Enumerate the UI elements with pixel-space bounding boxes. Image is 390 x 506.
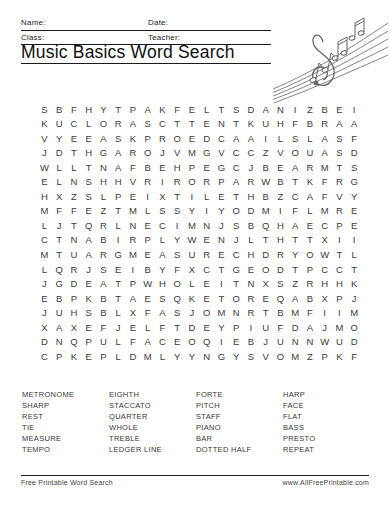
grid-cell[interactable]: R [140, 175, 155, 190]
grid-cell[interactable]: P [52, 349, 67, 364]
grid-cell[interactable]: P [126, 102, 141, 117]
grid-cell[interactable]: T [185, 117, 200, 132]
grid-cell[interactable]: F [126, 160, 141, 175]
grid-cell[interactable]: U [273, 335, 288, 350]
grid-cell[interactable]: J [111, 320, 126, 335]
grid-cell[interactable]: O [170, 277, 185, 292]
grid-cell[interactable]: P [185, 160, 200, 175]
grid-cell[interactable]: F [288, 204, 303, 219]
grid-cell[interactable]: B [96, 233, 111, 248]
grid-cell[interactable]: D [67, 277, 82, 292]
grid-cell[interactable]: M [37, 204, 52, 219]
grid-cell[interactable]: S [170, 247, 185, 262]
grid-cell[interactable]: D [185, 320, 200, 335]
grid-cell[interactable]: R [155, 131, 170, 146]
grid-cell[interactable]: E [199, 233, 214, 248]
grid-cell[interactable]: D [199, 131, 214, 146]
grid-cell[interactable]: E [170, 335, 185, 350]
grid-cell[interactable]: B [96, 291, 111, 306]
grid-cell[interactable]: D [37, 335, 52, 350]
grid-cell[interactable]: M [126, 204, 141, 219]
grid-cell[interactable]: E [214, 189, 229, 204]
grid-cell[interactable]: S [332, 146, 347, 161]
grid-cell[interactable]: D [273, 262, 288, 277]
grid-cell[interactable]: E [199, 277, 214, 292]
grid-cell[interactable]: F [96, 320, 111, 335]
grid-cell[interactable]: T [332, 160, 347, 175]
grid-cell[interactable]: A [140, 335, 155, 350]
grid-cell[interactable]: V [258, 349, 273, 364]
grid-cell[interactable]: M [288, 306, 303, 321]
grid-cell[interactable]: I [126, 262, 141, 277]
grid-cell[interactable]: G [96, 146, 111, 161]
grid-cell[interactable]: D [347, 335, 362, 350]
grid-cell[interactable]: O [303, 247, 318, 262]
grid-cell[interactable]: K [81, 291, 96, 306]
grid-cell[interactable]: F [273, 320, 288, 335]
grid-cell[interactable]: E [81, 320, 96, 335]
grid-cell[interactable]: U [258, 117, 273, 132]
grid-cell[interactable]: P [81, 335, 96, 350]
grid-cell[interactable]: L [37, 262, 52, 277]
grid-cell[interactable]: S [96, 262, 111, 277]
grid-cell[interactable]: Q [67, 335, 82, 350]
grid-cell[interactable]: U [303, 146, 318, 161]
grid-cell[interactable]: L [199, 189, 214, 204]
grid-cell[interactable]: O [229, 291, 244, 306]
name-date-field-line[interactable] [21, 30, 271, 31]
grid-cell[interactable]: C [332, 262, 347, 277]
grid-cell[interactable]: L [273, 131, 288, 146]
grid-cell[interactable]: S [81, 189, 96, 204]
grid-cell[interactable]: I [317, 306, 332, 321]
grid-cell[interactable]: L [185, 277, 200, 292]
grid-cell[interactable]: P [317, 349, 332, 364]
grid-cell[interactable]: M [214, 306, 229, 321]
grid-cell[interactable]: O [258, 262, 273, 277]
grid-cell[interactable]: T [258, 233, 273, 248]
grid-cell[interactable]: J [155, 146, 170, 161]
grid-cell[interactable]: R [96, 247, 111, 262]
grid-cell[interactable]: G [347, 175, 362, 190]
grid-cell[interactable]: L [199, 102, 214, 117]
grid-cell[interactable]: B [273, 175, 288, 190]
grid-cell[interactable]: S [81, 175, 96, 190]
grid-cell[interactable]: F [317, 175, 332, 190]
grid-cell[interactable]: K [126, 131, 141, 146]
grid-cell[interactable]: H [37, 189, 52, 204]
grid-cell[interactable]: J [37, 277, 52, 292]
grid-cell[interactable]: Y [170, 349, 185, 364]
grid-cell[interactable]: F [140, 306, 155, 321]
grid-cell[interactable]: G [52, 277, 67, 292]
grid-cell[interactable]: G [229, 262, 244, 277]
grid-cell[interactable]: B [303, 291, 318, 306]
grid-cell[interactable]: M [37, 247, 52, 262]
grid-cell[interactable]: L [52, 175, 67, 190]
grid-cell[interactable]: I [155, 175, 170, 190]
grid-cell[interactable]: F [288, 117, 303, 132]
grid-cell[interactable]: T [214, 291, 229, 306]
grid-cell[interactable]: N [229, 306, 244, 321]
grid-cell[interactable]: T [229, 117, 244, 132]
grid-cell[interactable]: I [273, 204, 288, 219]
grid-cell[interactable]: E [81, 204, 96, 219]
grid-cell[interactable]: L [155, 233, 170, 248]
grid-cell[interactable]: N [244, 277, 259, 292]
grid-cell[interactable]: K [332, 349, 347, 364]
grid-cell[interactable]: P [140, 233, 155, 248]
grid-cell[interactable]: U [96, 335, 111, 350]
grid-cell[interactable]: N [52, 335, 67, 350]
grid-cell[interactable]: T [229, 277, 244, 292]
grid-cell[interactable]: A [126, 291, 141, 306]
grid-cell[interactable]: A [332, 117, 347, 132]
grid-cell[interactable]: I [140, 189, 155, 204]
grid-cell[interactable]: R [303, 277, 318, 292]
grid-cell[interactable]: T [170, 320, 185, 335]
grid-cell[interactable]: T [258, 306, 273, 321]
grid-cell[interactable]: L [37, 218, 52, 233]
grid-cell[interactable]: R [199, 175, 214, 190]
grid-cell[interactable]: E [199, 160, 214, 175]
grid-cell[interactable]: R [126, 146, 141, 161]
grid-cell[interactable]: T [288, 175, 303, 190]
grid-cell[interactable]: H [273, 218, 288, 233]
grid-cell[interactable]: E [140, 291, 155, 306]
grid-cell[interactable]: I [111, 233, 126, 248]
grid-cell[interactable]: K [303, 175, 318, 190]
grid-cell[interactable]: W [185, 233, 200, 248]
grid-cell[interactable]: B [317, 102, 332, 117]
grid-cell[interactable]: R [170, 175, 185, 190]
grid-cell[interactable]: M [332, 320, 347, 335]
grid-cell[interactable]: D [52, 146, 67, 161]
grid-cell[interactable]: W [37, 160, 52, 175]
grid-cell[interactable]: B [258, 189, 273, 204]
grid-cell[interactable]: E [81, 277, 96, 292]
grid-cell[interactable]: A [229, 175, 244, 190]
grid-cell[interactable]: M [258, 204, 273, 219]
grid-cell[interactable]: K [37, 117, 52, 132]
grid-cell[interactable]: S [37, 102, 52, 117]
grid-cell[interactable]: D [126, 349, 141, 364]
grid-cell[interactable]: L [111, 306, 126, 321]
grid-cell[interactable]: O [170, 131, 185, 146]
grid-cell[interactable]: M [185, 146, 200, 161]
grid-cell[interactable]: V [332, 189, 347, 204]
grid-cell[interactable]: Z [67, 189, 82, 204]
grid-cell[interactable]: Y [347, 189, 362, 204]
grid-cell[interactable]: M [288, 349, 303, 364]
grid-cell[interactable]: P [303, 262, 318, 277]
grid-cell[interactable]: C [229, 247, 244, 262]
grid-cell[interactable]: E [199, 291, 214, 306]
grid-cell[interactable]: L [81, 117, 96, 132]
grid-cell[interactable]: L [303, 131, 318, 146]
grid-cell[interactable]: P [140, 131, 155, 146]
grid-cell[interactable]: J [347, 291, 362, 306]
grid-cell[interactable]: O [273, 349, 288, 364]
grid-cell[interactable]: K [347, 277, 362, 292]
grid-cell[interactable]: J [258, 335, 273, 350]
grid-cell[interactable]: U [258, 320, 273, 335]
grid-cell[interactable]: Y [288, 247, 303, 262]
grid-cell[interactable]: Y [185, 204, 200, 219]
grid-cell[interactable]: P [96, 349, 111, 364]
grid-cell[interactable]: F [155, 320, 170, 335]
grid-cell[interactable]: B [96, 306, 111, 321]
grid-cell[interactable]: R [244, 175, 259, 190]
grid-cell[interactable]: A [229, 131, 244, 146]
grid-cell[interactable]: U [52, 306, 67, 321]
grid-cell[interactable]: R [273, 247, 288, 262]
grid-cell[interactable]: M [140, 349, 155, 364]
grid-cell[interactable]: A [288, 291, 303, 306]
grid-cell[interactable]: C [37, 349, 52, 364]
grid-cell[interactable]: N [214, 233, 229, 248]
grid-cell[interactable]: B [52, 102, 67, 117]
grid-cell[interactable]: T [347, 262, 362, 277]
grid-cell[interactable]: P [229, 320, 244, 335]
grid-cell[interactable]: R [244, 306, 259, 321]
grid-cell[interactable]: I [214, 335, 229, 350]
grid-cell[interactable]: D [258, 247, 273, 262]
grid-cell[interactable]: B [140, 262, 155, 277]
grid-cell[interactable]: A [317, 146, 332, 161]
grid-cell[interactable]: S [155, 204, 170, 219]
grid-cell[interactable]: T [111, 102, 126, 117]
grid-cell[interactable]: W [317, 335, 332, 350]
grid-cell[interactable]: R [303, 160, 318, 175]
grid-cell[interactable]: Y [96, 102, 111, 117]
grid-cell[interactable]: E [199, 117, 214, 132]
grid-cell[interactable]: N [96, 160, 111, 175]
grid-cell[interactable]: I [347, 233, 362, 248]
grid-cell[interactable]: I [185, 189, 200, 204]
grid-cell[interactable]: K [155, 102, 170, 117]
grid-cell[interactable]: J [37, 306, 52, 321]
grid-cell[interactable]: E [229, 335, 244, 350]
grid-cell[interactable]: A [258, 102, 273, 117]
grid-cell[interactable]: T [288, 233, 303, 248]
grid-cell[interactable]: I [214, 277, 229, 292]
grid-cell[interactable]: H [273, 233, 288, 248]
grid-cell[interactable]: T [111, 204, 126, 219]
grid-cell[interactable]: A [96, 277, 111, 292]
grid-cell[interactable]: W [258, 175, 273, 190]
grid-cell[interactable]: K [244, 117, 259, 132]
grid-cell[interactable]: F [126, 335, 141, 350]
grid-cell[interactable]: E [81, 131, 96, 146]
grid-cell[interactable]: S [229, 218, 244, 233]
grid-cell[interactable]: S [170, 204, 185, 219]
grid-cell[interactable]: F [347, 349, 362, 364]
grid-cell[interactable]: C [155, 117, 170, 132]
grid-cell[interactable]: S [81, 306, 96, 321]
grid-cell[interactable]: T [67, 146, 82, 161]
grid-cell[interactable]: C [317, 218, 332, 233]
grid-cell[interactable]: A [111, 146, 126, 161]
grid-cell[interactable]: E [347, 204, 362, 219]
grid-cell[interactable]: H [81, 102, 96, 117]
grid-cell[interactable]: R [317, 117, 332, 132]
grid-cell[interactable]: H [111, 175, 126, 190]
grid-cell[interactable]: P [214, 175, 229, 190]
grid-cell[interactable]: S [273, 277, 288, 292]
grid-cell[interactable]: A [81, 247, 96, 262]
grid-cell[interactable]: E [81, 349, 96, 364]
grid-cell[interactable]: R [111, 117, 126, 132]
grid-cell[interactable]: E [126, 320, 141, 335]
grid-cell[interactable]: D [288, 320, 303, 335]
grid-cell[interactable]: U [332, 335, 347, 350]
grid-cell[interactable]: T [67, 218, 82, 233]
grid-cell[interactable]: F [67, 204, 82, 219]
grid-cell[interactable]: E [258, 291, 273, 306]
grid-cell[interactable]: H [155, 277, 170, 292]
grid-cell[interactable]: O [140, 146, 155, 161]
grid-cell[interactable]: J [52, 218, 67, 233]
grid-cell[interactable]: E [140, 247, 155, 262]
grid-cell[interactable]: P [126, 277, 141, 292]
grid-cell[interactable]: I [258, 131, 273, 146]
grid-cell[interactable]: A [303, 320, 318, 335]
grid-cell[interactable]: O [229, 204, 244, 219]
grid-cell[interactable]: L [96, 189, 111, 204]
grid-cell[interactable]: J [229, 233, 244, 248]
grid-cell[interactable]: H [244, 189, 259, 204]
grid-cell[interactable]: J [81, 262, 96, 277]
grid-cell[interactable]: I [332, 306, 347, 321]
grid-cell[interactable]: L [52, 160, 67, 175]
grid-cell[interactable]: O [288, 146, 303, 161]
grid-cell[interactable]: O [347, 320, 362, 335]
grid-cell[interactable]: B [244, 335, 259, 350]
grid-cell[interactable]: C [288, 189, 303, 204]
grid-cell[interactable]: S [288, 131, 303, 146]
grid-cell[interactable]: F [52, 204, 67, 219]
grid-cell[interactable]: E [273, 160, 288, 175]
grid-cell[interactable]: N [273, 102, 288, 117]
grid-cell[interactable]: C [199, 262, 214, 277]
grid-cell[interactable]: L [303, 204, 318, 219]
grid-cell[interactable]: E [214, 247, 229, 262]
grid-cell[interactable]: E [347, 218, 362, 233]
grid-cell[interactable]: P [111, 189, 126, 204]
grid-cell[interactable]: B [273, 306, 288, 321]
grid-cell[interactable]: N [67, 233, 82, 248]
grid-cell[interactable]: L [244, 233, 259, 248]
grid-cell[interactable]: R [244, 291, 259, 306]
grid-cell[interactable]: T [81, 160, 96, 175]
grid-cell[interactable]: Z [288, 277, 303, 292]
grid-cell[interactable]: T [288, 262, 303, 277]
grid-cell[interactable]: J [214, 218, 229, 233]
grid-cell[interactable]: Y [185, 349, 200, 364]
grid-cell[interactable]: T [332, 247, 347, 262]
grid-cell[interactable]: A [288, 160, 303, 175]
grid-cell[interactable]: J [37, 146, 52, 161]
grid-cell[interactable]: U [67, 247, 82, 262]
grid-cell[interactable]: X [258, 277, 273, 292]
grid-cell[interactable]: K [67, 349, 82, 364]
grid-cell[interactable]: B [52, 291, 67, 306]
grid-cell[interactable]: T [170, 117, 185, 132]
grid-cell[interactable]: N [303, 335, 318, 350]
grid-cell[interactable]: C [37, 233, 52, 248]
grid-cell[interactable]: N [126, 218, 141, 233]
grid-cell[interactable]: B [303, 117, 318, 132]
grid-cell[interactable]: T [111, 277, 126, 292]
grid-cell[interactable]: P [332, 218, 347, 233]
grid-cell[interactable]: D [347, 146, 362, 161]
grid-cell[interactable]: U [185, 247, 200, 262]
grid-cell[interactable]: E [185, 131, 200, 146]
grid-cell[interactable]: H [332, 277, 347, 292]
grid-cell[interactable]: T [229, 189, 244, 204]
grid-cell[interactable]: Q [199, 335, 214, 350]
grid-cell[interactable]: C [155, 218, 170, 233]
grid-cell[interactable]: A [96, 131, 111, 146]
grid-cell[interactable]: O [185, 335, 200, 350]
grid-cell[interactable]: M [317, 204, 332, 219]
grid-cell[interactable]: Q [81, 218, 96, 233]
grid-cell[interactable]: N [214, 117, 229, 132]
grid-cell[interactable]: R [199, 247, 214, 262]
grid-cell[interactable]: E [332, 102, 347, 117]
grid-cell[interactable]: I [347, 102, 362, 117]
grid-cell[interactable]: E [37, 175, 52, 190]
grid-cell[interactable]: L [111, 349, 126, 364]
grid-cell[interactable]: Q [170, 291, 185, 306]
grid-cell[interactable]: G [214, 349, 229, 364]
grid-cell[interactable]: G [214, 160, 229, 175]
grid-cell[interactable]: Y [170, 233, 185, 248]
grid-cell[interactable]: I [288, 102, 303, 117]
grid-cell[interactable]: S [229, 102, 244, 117]
grid-cell[interactable]: O [185, 175, 200, 190]
grid-cell[interactable]: Y [155, 262, 170, 277]
grid-cell[interactable]: C [244, 146, 259, 161]
grid-cell[interactable]: B [244, 218, 259, 233]
grid-cell[interactable]: P [67, 291, 82, 306]
grid-cell[interactable]: A [288, 218, 303, 233]
grid-cell[interactable]: F [170, 262, 185, 277]
grid-cell[interactable]: C [229, 146, 244, 161]
grid-cell[interactable]: H [317, 277, 332, 292]
grid-cell[interactable]: J [244, 160, 259, 175]
grid-cell[interactable]: L [155, 349, 170, 364]
grid-cell[interactable]: M [185, 218, 200, 233]
grid-cell[interactable]: R [332, 175, 347, 190]
grid-cell[interactable]: I [199, 204, 214, 219]
grid-cell[interactable]: A [317, 131, 332, 146]
grid-cell[interactable]: F [317, 189, 332, 204]
grid-cell[interactable]: S [347, 160, 362, 175]
grid-cell[interactable]: A [155, 247, 170, 262]
grid-cell[interactable]: E [126, 189, 141, 204]
grid-cell[interactable]: C [214, 131, 229, 146]
grid-cell[interactable]: S [170, 306, 185, 321]
grid-cell[interactable]: J [185, 306, 200, 321]
grid-cell[interactable]: S [140, 117, 155, 132]
grid-cell[interactable]: O [96, 117, 111, 132]
grid-cell[interactable]: X [317, 291, 332, 306]
grid-cell[interactable]: S [332, 131, 347, 146]
grid-cell[interactable]: T [111, 291, 126, 306]
grid-cell[interactable]: F [67, 102, 82, 117]
